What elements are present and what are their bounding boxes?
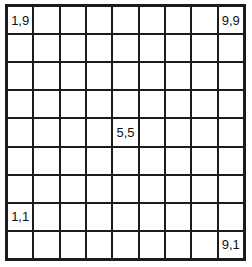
grid-cell [139,118,165,146]
grid-cell [112,62,138,90]
grid-cell [33,34,59,62]
grid-cell [191,6,217,34]
coordinate-grid: 1,99,95,51,19,1 [5,4,246,261]
grid-cell [191,147,217,175]
grid-cell [7,62,33,90]
grid-cell [33,175,59,203]
grid-cell [218,62,244,90]
grid-cell [60,175,86,203]
grid-cell [139,175,165,203]
grid-cell [112,175,138,203]
grid-cell [33,6,59,34]
grid-cell [191,175,217,203]
grid-cell [112,6,138,34]
grid-cell [60,203,86,231]
grid-cell [165,90,191,118]
coordinate-label: 9,1 [222,238,240,251]
grid-cell [7,34,33,62]
grid-cell [112,34,138,62]
grid-cell [86,90,112,118]
grid-cell: 1,9 [7,6,33,34]
grid-cell [139,6,165,34]
grid-cell [218,203,244,231]
grid-cell [165,231,191,259]
grid-cell [165,118,191,146]
coordinate-label: 1,1 [11,210,29,223]
grid-cell [191,62,217,90]
grid-cell [139,231,165,259]
grid-cell [7,90,33,118]
grid-cell [86,6,112,34]
grid-cell [191,231,217,259]
grid-cell [218,147,244,175]
grid-cell: 5,5 [112,118,138,146]
grid-cell [60,90,86,118]
coordinate-label: 9,9 [222,14,240,27]
grid-cell [7,175,33,203]
grid-cell [165,203,191,231]
grid-cell [191,34,217,62]
grid-cell [33,90,59,118]
grid-cell [86,34,112,62]
grid-cell: 9,1 [218,231,244,259]
grid-cell [218,90,244,118]
grid-cell [60,147,86,175]
grid-cell [165,6,191,34]
grid-cell [33,203,59,231]
grid-cell [191,90,217,118]
grid-cell [139,34,165,62]
grid-cell [112,90,138,118]
grid-cell [86,231,112,259]
grid-cell [165,62,191,90]
grid-cell [165,34,191,62]
grid-cell [191,118,217,146]
grid-cell [139,147,165,175]
grid-cell [60,231,86,259]
grid-cell [112,147,138,175]
grid-cell [139,62,165,90]
grid-cell [33,147,59,175]
grid-cell: 1,1 [7,203,33,231]
grid-cell [218,175,244,203]
grid-cell [165,175,191,203]
grid-cell [60,6,86,34]
grid-cell [165,147,191,175]
grid-cell [218,34,244,62]
grid-cell: 9,9 [218,6,244,34]
grid-cell [7,231,33,259]
coordinate-label: 1,9 [11,14,29,27]
grid-cell [86,175,112,203]
grid-cell [60,118,86,146]
grid-cell [86,118,112,146]
grid-cell [33,62,59,90]
grid-cell [86,203,112,231]
grid-cell [33,118,59,146]
grid-cell [139,203,165,231]
grid-cell [7,147,33,175]
grid-cell [33,231,59,259]
grid-cell [86,62,112,90]
coordinate-label: 5,5 [116,126,134,139]
grid-cell [7,118,33,146]
grid-cell [60,34,86,62]
grid-cell [218,118,244,146]
grid-cell [86,147,112,175]
grid-cell [191,203,217,231]
grid-cell [139,90,165,118]
grid-cell [112,203,138,231]
grid-cell [112,231,138,259]
grid-cell [60,62,86,90]
